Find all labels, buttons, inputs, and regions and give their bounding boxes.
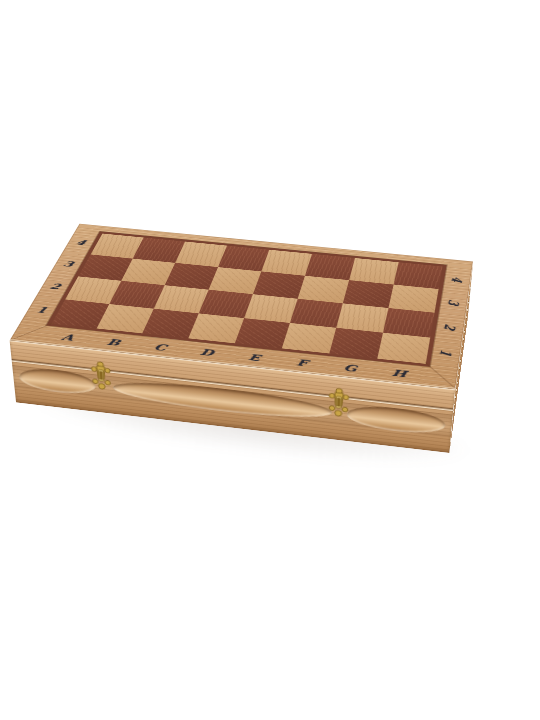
finger-groove-left: [18, 366, 96, 397]
rank-label-2: 2: [49, 282, 63, 290]
board-frame: [46, 231, 446, 366]
board-square-h1: [377, 333, 430, 364]
file-label-c: C: [153, 343, 168, 352]
file-label-a: A: [60, 333, 75, 342]
rank-label-3: 3: [62, 260, 75, 268]
rank-label-1: 1: [438, 349, 455, 357]
file-label-g: G: [343, 363, 358, 373]
frame-miter-joint-left: [11, 323, 54, 340]
rank-label-4: 4: [450, 276, 466, 283]
file-label-b: B: [106, 338, 122, 347]
rank-label-3: 3: [446, 299, 462, 306]
chessboard-grid: [46, 231, 446, 366]
board-square-f1: [282, 323, 336, 354]
board-square-e1: [235, 318, 290, 348]
brass-clasp-icon: [326, 386, 351, 419]
rank-label-4: 4: [75, 239, 88, 246]
brass-clasp-icon: [89, 360, 113, 392]
file-label-e: E: [247, 353, 261, 363]
file-label-d: D: [199, 348, 215, 358]
rank-label-1: 1: [35, 305, 49, 314]
file-label-f: F: [295, 358, 308, 368]
file-label-h: H: [391, 368, 407, 378]
board-square-g1: [329, 328, 383, 359]
rank-label-2: 2: [442, 323, 458, 331]
product-photo-stage: 4321 4321 ABCDEFGH: [0, 0, 540, 720]
